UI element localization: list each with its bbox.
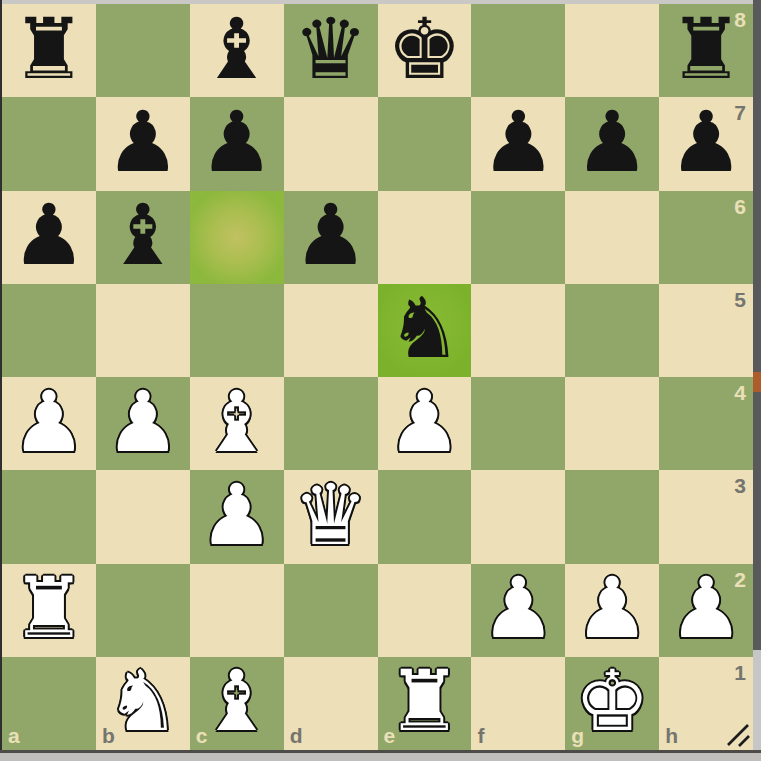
rank-label-6: 6 [734, 196, 746, 217]
square-b6[interactable]: ♝ [96, 191, 190, 284]
square-h7[interactable]: ♟7 [659, 97, 753, 190]
rank-label-1: 1 [734, 662, 746, 683]
square-e8[interactable]: ♚ [378, 4, 472, 97]
rank-label-4: 4 [734, 382, 746, 403]
black-pawn[interactable]: ♟ [199, 100, 274, 184]
square-d8[interactable]: ♛ [284, 4, 378, 97]
square-d3[interactable]: ♛ [284, 470, 378, 563]
square-c7[interactable]: ♟ [190, 97, 284, 190]
square-c5[interactable] [190, 284, 284, 377]
white-pawn[interactable]: ♟ [481, 566, 556, 650]
square-a7[interactable] [2, 97, 96, 190]
black-pawn[interactable]: ♟ [668, 100, 743, 184]
rank-label-7: 7 [734, 102, 746, 123]
scrollbar-marker [753, 372, 761, 392]
square-e5[interactable]: ♞ [378, 284, 472, 377]
square-e6[interactable] [378, 191, 472, 284]
square-e4[interactable]: ♟ [378, 377, 472, 470]
file-label-e: e [384, 725, 396, 746]
white-queen[interactable]: ♛ [293, 473, 368, 557]
white-pawn[interactable]: ♟ [387, 380, 462, 464]
white-bishop[interactable]: ♝ [199, 659, 274, 743]
white-rook[interactable]: ♜ [11, 566, 86, 650]
black-pawn[interactable]: ♟ [293, 193, 368, 277]
white-pawn[interactable]: ♟ [575, 566, 650, 650]
black-bishop[interactable]: ♝ [105, 193, 180, 277]
square-e1[interactable]: ♜e [378, 657, 472, 750]
square-h2[interactable]: ♟2 [659, 564, 753, 657]
square-a1[interactable]: a [2, 657, 96, 750]
white-knight[interactable]: ♞ [105, 659, 180, 743]
window-bottom-line [0, 750, 761, 753]
black-pawn[interactable]: ♟ [575, 100, 650, 184]
rank-label-3: 3 [734, 475, 746, 496]
black-rook[interactable]: ♜ [668, 7, 743, 91]
square-f6[interactable] [471, 191, 565, 284]
square-e3[interactable] [378, 470, 472, 563]
square-f3[interactable] [471, 470, 565, 563]
square-f5[interactable] [471, 284, 565, 377]
square-d6[interactable]: ♟ [284, 191, 378, 284]
square-g5[interactable] [565, 284, 659, 377]
file-label-c: c [196, 725, 208, 746]
white-king[interactable]: ♚ [575, 659, 650, 743]
square-c4[interactable]: ♝ [190, 377, 284, 470]
square-c2[interactable] [190, 564, 284, 657]
black-pawn[interactable]: ♟ [481, 100, 556, 184]
black-king[interactable]: ♚ [387, 7, 462, 91]
resize-grip-icon[interactable] [725, 722, 751, 748]
square-b8[interactable] [96, 4, 190, 97]
window-bottom-edge [0, 750, 761, 761]
square-d4[interactable] [284, 377, 378, 470]
square-g8[interactable] [565, 4, 659, 97]
square-b1[interactable]: ♞b [96, 657, 190, 750]
file-label-d: d [290, 725, 303, 746]
square-f1[interactable]: f [471, 657, 565, 750]
square-f8[interactable] [471, 4, 565, 97]
square-c6[interactable] [190, 191, 284, 284]
file-label-b: b [102, 725, 115, 746]
white-pawn[interactable]: ♟ [199, 473, 274, 557]
white-pawn[interactable]: ♟ [11, 380, 86, 464]
square-h4[interactable]: 4 [659, 377, 753, 470]
white-pawn[interactable]: ♟ [105, 380, 180, 464]
square-c1[interactable]: ♝c [190, 657, 284, 750]
rank-label-5: 5 [734, 289, 746, 310]
square-f4[interactable] [471, 377, 565, 470]
square-c3[interactable]: ♟ [190, 470, 284, 563]
square-g1[interactable]: ♚g [565, 657, 659, 750]
square-g3[interactable] [565, 470, 659, 563]
rank-label-2: 2 [734, 569, 746, 590]
chess-board[interactable]: ♜♝♛♚♜8♟♟♟♟♟7♟♝♟6♞5♟♟♝♟4♟♛3♜♟♟♟2a♞b♝cd♜ef… [2, 4, 753, 750]
scrollbar-thumb[interactable] [753, 0, 761, 650]
white-rook[interactable]: ♜ [387, 659, 462, 743]
square-d5[interactable] [284, 284, 378, 377]
square-a8[interactable]: ♜ [2, 4, 96, 97]
square-f2[interactable]: ♟ [471, 564, 565, 657]
square-h3[interactable]: 3 [659, 470, 753, 563]
black-rook[interactable]: ♜ [11, 7, 86, 91]
square-g4[interactable] [565, 377, 659, 470]
square-d1[interactable]: d [284, 657, 378, 750]
white-bishop[interactable]: ♝ [199, 380, 274, 464]
square-a2[interactable]: ♜ [2, 564, 96, 657]
square-g6[interactable] [565, 191, 659, 284]
file-label-f: f [477, 725, 484, 746]
square-a3[interactable] [2, 470, 96, 563]
square-b2[interactable] [96, 564, 190, 657]
square-b5[interactable] [96, 284, 190, 377]
square-g7[interactable]: ♟ [565, 97, 659, 190]
square-b7[interactable]: ♟ [96, 97, 190, 190]
square-b4[interactable]: ♟ [96, 377, 190, 470]
square-e7[interactable] [378, 97, 472, 190]
scrollbar[interactable] [753, 0, 761, 761]
file-label-a: a [8, 725, 20, 746]
square-e2[interactable] [378, 564, 472, 657]
square-a6[interactable]: ♟ [2, 191, 96, 284]
black-queen[interactable]: ♛ [293, 7, 368, 91]
black-pawn[interactable]: ♟ [11, 193, 86, 277]
file-label-g: g [571, 725, 584, 746]
square-a4[interactable]: ♟ [2, 377, 96, 470]
black-knight[interactable]: ♞ [387, 286, 462, 370]
square-d7[interactable] [284, 97, 378, 190]
square-d2[interactable] [284, 564, 378, 657]
white-pawn[interactable]: ♟ [668, 566, 743, 650]
square-g2[interactable]: ♟ [565, 564, 659, 657]
square-f7[interactable]: ♟ [471, 97, 565, 190]
black-bishop[interactable]: ♝ [199, 7, 274, 91]
square-c8[interactable]: ♝ [190, 4, 284, 97]
file-label-h: h [665, 725, 678, 746]
rank-label-8: 8 [734, 9, 746, 30]
square-h5[interactable]: 5 [659, 284, 753, 377]
square-b3[interactable] [96, 470, 190, 563]
black-pawn[interactable]: ♟ [105, 100, 180, 184]
square-a5[interactable] [2, 284, 96, 377]
square-h8[interactable]: ♜8 [659, 4, 753, 97]
square-h6[interactable]: 6 [659, 191, 753, 284]
